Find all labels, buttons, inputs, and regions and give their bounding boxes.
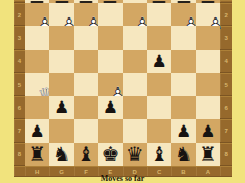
rank-label-right-7: 7 <box>220 119 232 142</box>
square-e8[interactable]: ♚ <box>98 143 122 166</box>
rank-label-right-6: 6 <box>220 96 232 119</box>
square-f6[interactable] <box>74 96 98 119</box>
square-f8[interactable]: ♝ <box>74 143 98 166</box>
square-e4[interactable] <box>98 50 122 73</box>
square-d6[interactable] <box>123 96 147 119</box>
black-bishop: ♝ <box>77 144 95 164</box>
black-pawn: ♟ <box>30 123 45 140</box>
square-h8[interactable]: ♜ <box>25 143 49 166</box>
black-knight: ♞ <box>53 144 71 164</box>
square-a7[interactable]: ♟ <box>196 119 220 142</box>
square-e5[interactable]: ♟♙ <box>98 73 122 96</box>
black-rook: ♜ <box>199 144 217 164</box>
square-g2[interactable]: ♟♙ <box>49 3 73 26</box>
square-e7[interactable] <box>98 119 122 142</box>
square-h5[interactable]: ♛♕ <box>25 73 49 96</box>
black-pawn: ♟ <box>152 53 167 70</box>
rank-label-right-5: 5 <box>220 73 232 96</box>
square-f4[interactable] <box>74 50 98 73</box>
square-g7[interactable] <box>49 119 73 142</box>
square-f3[interactable] <box>74 26 98 49</box>
square-b2[interactable]: ♟♙ <box>171 3 195 26</box>
square-c4[interactable]: ♟ <box>147 50 171 73</box>
square-a3[interactable] <box>196 26 220 49</box>
square-b4[interactable] <box>171 50 195 73</box>
black-pawn: ♟ <box>103 99 118 116</box>
square-c3[interactable] <box>147 26 171 49</box>
black-pawn: ♟ <box>176 123 191 140</box>
square-d4[interactable] <box>123 50 147 73</box>
square-a5[interactable] <box>196 73 220 96</box>
chess-board: 2♟♙♟♙♟♙♟♙♟♙♟♙2334♟45♛♕♟♙56♟♟67♟♟♟78♜♞♝♚♛… <box>14 0 232 177</box>
square-b3[interactable] <box>171 26 195 49</box>
square-e2[interactable] <box>98 3 122 26</box>
square-e3[interactable] <box>98 26 122 49</box>
square-g4[interactable] <box>49 50 73 73</box>
square-h3[interactable] <box>25 26 49 49</box>
black-pawn: ♟ <box>54 99 69 116</box>
rank-label-left-8: 8 <box>14 143 25 166</box>
square-h7[interactable]: ♟ <box>25 119 49 142</box>
square-c6[interactable] <box>147 96 171 119</box>
square-h2[interactable]: ♟♙ <box>25 3 49 26</box>
rank-label-left-6: 6 <box>14 96 25 119</box>
square-a6[interactable] <box>196 96 220 119</box>
square-d8[interactable]: ♛ <box>123 143 147 166</box>
square-g8[interactable]: ♞ <box>49 143 73 166</box>
rank-label-right-8: 8 <box>220 143 232 166</box>
square-b5[interactable] <box>171 73 195 96</box>
square-a4[interactable] <box>196 50 220 73</box>
square-d5[interactable] <box>123 73 147 96</box>
square-f2[interactable]: ♟♙ <box>74 3 98 26</box>
square-b8[interactable]: ♞ <box>171 143 195 166</box>
black-queen: ♛ <box>126 144 144 164</box>
square-g5[interactable] <box>49 73 73 96</box>
square-a2[interactable]: ♟♙ <box>196 3 220 26</box>
app-background: 2♟♙♟♙♟♙♟♙♟♙♟♙2334♟45♛♕♟♙56♟♟67♟♟♟78♜♞♝♚♛… <box>0 0 245 183</box>
square-h6[interactable] <box>25 96 49 119</box>
black-pawn: ♟ <box>200 123 215 140</box>
square-f5[interactable] <box>74 73 98 96</box>
black-knight: ♞ <box>175 144 193 164</box>
square-e6[interactable]: ♟ <box>98 96 122 119</box>
square-d7[interactable] <box>123 119 147 142</box>
square-b6[interactable] <box>171 96 195 119</box>
rank-label-left-5: 5 <box>14 73 25 96</box>
square-f7[interactable] <box>74 119 98 142</box>
square-c8[interactable]: ♝ <box>147 143 171 166</box>
square-d3[interactable] <box>123 26 147 49</box>
moves-caption: Moves so far <box>0 174 245 183</box>
black-king: ♚ <box>101 144 119 164</box>
square-d2[interactable]: ♟♙ <box>123 3 147 26</box>
square-b7[interactable]: ♟ <box>171 119 195 142</box>
black-bishop: ♝ <box>150 144 168 164</box>
rank-label-right-4: 4 <box>220 50 232 73</box>
square-c7[interactable] <box>147 119 171 142</box>
square-c5[interactable] <box>147 73 171 96</box>
square-g3[interactable] <box>49 26 73 49</box>
square-g6[interactable]: ♟ <box>49 96 73 119</box>
square-c2[interactable] <box>147 3 171 26</box>
rank-label-left-4: 4 <box>14 50 25 73</box>
black-rook: ♜ <box>28 144 46 164</box>
square-a8[interactable]: ♜ <box>196 143 220 166</box>
rank-label-left-2: 2 <box>14 3 25 26</box>
rank-label-left-3: 3 <box>14 26 25 49</box>
square-h4[interactable] <box>25 50 49 73</box>
rank-label-left-7: 7 <box>14 119 25 142</box>
